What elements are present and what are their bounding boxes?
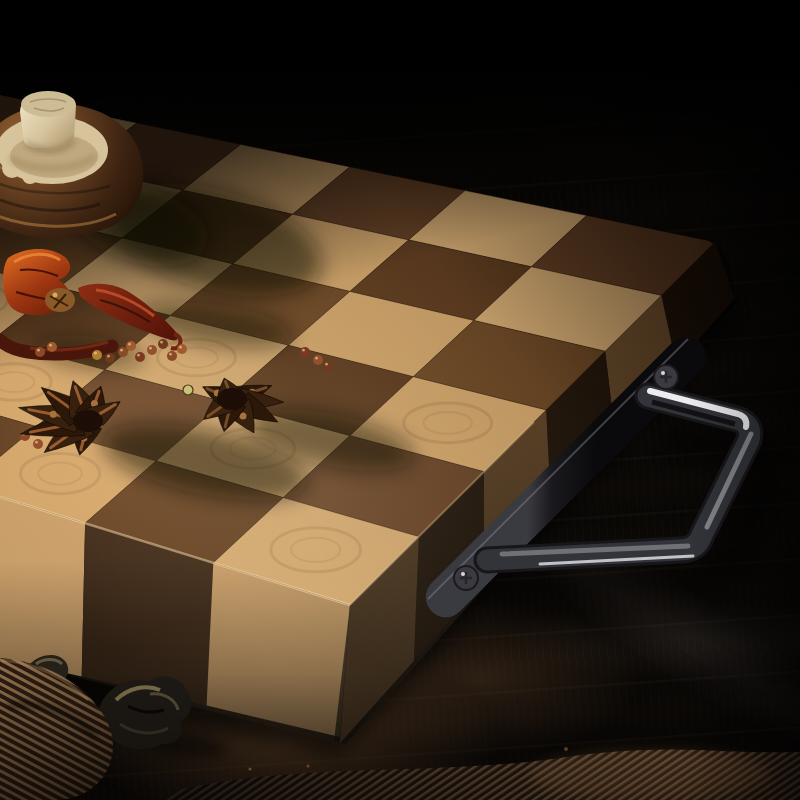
handle-screw-1 <box>654 365 678 389</box>
anise-seed <box>183 385 193 395</box>
cutting-board-scene <box>0 0 800 800</box>
striped-cloth-band <box>165 749 800 800</box>
mushroom <box>0 91 143 238</box>
checkerboard-cutting-board-illustration <box>0 0 800 800</box>
handle-screw-2 <box>454 566 478 590</box>
